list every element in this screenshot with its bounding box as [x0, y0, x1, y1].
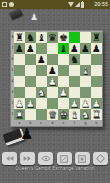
square-e8[interactable]: ♚: [58, 32, 69, 43]
piece-white-rook: ♜: [15, 109, 24, 120]
edit-button[interactable]: [57, 152, 72, 165]
piece-black-pawn: ♟: [48, 65, 57, 76]
piece-white-knight: ♞: [37, 87, 46, 98]
square-b6[interactable]: [25, 54, 36, 65]
square-h8[interactable]: ♜: [91, 32, 102, 43]
notification-circle-icon: [9, 2, 14, 7]
piece-white-pawn: ♟: [92, 98, 101, 109]
piece-black-rook: ♜: [92, 32, 101, 43]
edit-icon: [60, 155, 68, 163]
square-g3[interactable]: [80, 87, 91, 98]
board-squares[interactable]: ♜♞♝♛♚♜♟♟♝♟♟♟♟♞♟♝♟♞♟♟♟♟♟♟♜♛♚♝♞♜: [14, 32, 102, 120]
square-a1[interactable]: ♜: [14, 109, 25, 120]
square-a5[interactable]: [14, 65, 25, 76]
square-h3[interactable]: [91, 87, 102, 98]
square-b3[interactable]: [25, 87, 36, 98]
square-f7[interactable]: ♟: [69, 43, 80, 54]
fast-forward-button[interactable]: [20, 152, 35, 165]
piece-black-pawn: ♟: [81, 43, 90, 54]
square-h4[interactable]: [91, 76, 102, 87]
piece-white-pawn: ♟: [15, 98, 24, 109]
diamond-icon: [96, 154, 105, 163]
piece-white-knight: ♞: [81, 109, 90, 120]
board-button[interactable]: [75, 152, 90, 165]
controls-toolbar: [2, 152, 108, 165]
square-e3[interactable]: ♟: [58, 87, 69, 98]
square-h7[interactable]: ♟: [91, 43, 102, 54]
piece-black-bishop: ♝: [37, 32, 46, 43]
square-f4[interactable]: [69, 76, 80, 87]
square-b8[interactable]: ♞: [25, 32, 36, 43]
square-e5[interactable]: [58, 65, 69, 76]
piece-white-pawn: ♟: [81, 98, 90, 109]
square-b2[interactable]: ♟: [25, 98, 36, 109]
square-e2[interactable]: [58, 98, 69, 109]
square-g1[interactable]: ♞: [80, 109, 91, 120]
piece-black-rook: ♜: [15, 32, 24, 43]
square-a8[interactable]: ♜: [14, 32, 25, 43]
square-d8[interactable]: ♛: [47, 32, 58, 43]
piece-white-pawn: ♟: [26, 98, 35, 109]
square-f2[interactable]: ♟: [69, 98, 80, 109]
square-g8[interactable]: [80, 32, 91, 43]
piece-black-knight: ♞: [70, 54, 79, 65]
piece-black-queen: ♛: [48, 32, 57, 43]
piece-black-pawn: ♟: [26, 43, 35, 54]
square-e4[interactable]: [58, 76, 69, 87]
square-e6[interactable]: [58, 54, 69, 65]
square-c2[interactable]: [36, 98, 47, 109]
peek-button[interactable]: [38, 152, 53, 165]
status-bar: 20:55: [0, 0, 110, 9]
square-f5[interactable]: [69, 65, 80, 76]
square-f6[interactable]: ♞: [69, 54, 80, 65]
book-icon-top: [9, 8, 23, 20]
square-e7[interactable]: ♝: [58, 43, 69, 54]
piece-white-pawn: ♟: [70, 98, 79, 109]
square-c3[interactable]: ♞: [36, 87, 47, 98]
square-c5[interactable]: [36, 65, 47, 76]
battery-icon: [81, 2, 84, 8]
chess-board[interactable]: 87654321 ♜♞♝♛♚♜♟♟♝♟♟♟♟♞♟♝♟♞♟♟♟♟♟♟♜♛♚♝♞♜ …: [10, 30, 103, 127]
signal-icon: [75, 2, 80, 7]
square-h2[interactable]: ♟: [91, 98, 102, 109]
piece-black-pawn: ♟: [70, 43, 79, 54]
pawn-icon-bottom: ♟: [20, 127, 33, 142]
piece-white-pawn: ♟: [48, 76, 57, 87]
square-g2[interactable]: ♟: [80, 98, 91, 109]
piece-black-bishop: ♝: [59, 43, 68, 54]
achievements-button[interactable]: [93, 152, 108, 165]
fast-forward-icon: [23, 155, 32, 162]
file-label-d: d: [47, 120, 58, 126]
square-b7[interactable]: ♟: [25, 43, 36, 54]
file-label-f: f: [69, 120, 80, 126]
file-label-e: e: [58, 120, 69, 126]
square-a3[interactable]: [14, 87, 25, 98]
rewind-button[interactable]: [2, 152, 17, 165]
file-label-c: c: [36, 120, 47, 126]
piece-black-pawn: ♟: [92, 43, 101, 54]
square-h5[interactable]: [91, 65, 102, 76]
notification-square-icon: [2, 2, 7, 7]
wifi-icon: [68, 2, 74, 7]
opening-name-caption: Queen's Gambit Exchange Variation: [0, 166, 110, 171]
piece-white-pawn: ♟: [59, 87, 68, 98]
square-f3[interactable]: [69, 87, 80, 98]
file-label-g: g: [80, 120, 91, 126]
file-label-h: h: [91, 120, 102, 126]
square-c7[interactable]: [36, 43, 47, 54]
piece-white-bishop: ♝: [70, 109, 79, 120]
square-d1[interactable]: ♛: [47, 109, 58, 120]
square-c8[interactable]: ♝: [36, 32, 47, 43]
square-d3[interactable]: [47, 87, 58, 98]
piece-white-queen: ♛: [48, 109, 57, 120]
board-icon: [78, 155, 86, 163]
square-b4[interactable]: [25, 76, 36, 87]
square-c1[interactable]: [36, 109, 47, 120]
square-b5[interactable]: [25, 65, 36, 76]
square-e1[interactable]: ♚: [58, 109, 69, 120]
status-time: 20:55: [94, 2, 108, 7]
piece-white-king: ♚: [59, 109, 68, 120]
square-a7[interactable]: ♟: [14, 43, 25, 54]
square-a2[interactable]: ♟: [14, 98, 25, 109]
pawn-icon-top: ♟: [30, 12, 38, 22]
piece-white-bishop: ♝: [81, 65, 90, 76]
square-d7[interactable]: [47, 43, 58, 54]
square-f1[interactable]: ♝: [69, 109, 80, 120]
square-f8[interactable]: [69, 32, 80, 43]
square-d5[interactable]: ♟: [47, 65, 58, 76]
square-h6[interactable]: [91, 54, 102, 65]
square-a4[interactable]: [14, 76, 25, 87]
square-b1[interactable]: [25, 109, 36, 120]
piece-white-rook: ♜: [92, 109, 101, 120]
square-g7[interactable]: ♟: [80, 43, 91, 54]
app-screen: 20:55 ♟ 87654321 ♜♞♝♛♚♜♟♟♝♟♟♟♟♞♟♝♟♞♟♟♟♟♟…: [0, 0, 110, 183]
piece-black-pawn: ♟: [15, 43, 24, 54]
square-g5[interactable]: ♝: [80, 65, 91, 76]
piece-black-king: ♚: [59, 32, 68, 43]
square-d4[interactable]: ♟: [47, 76, 58, 87]
square-g4[interactable]: [80, 76, 91, 87]
square-d2[interactable]: [47, 98, 58, 109]
square-c6[interactable]: ♟: [36, 54, 47, 65]
eye-icon: [41, 155, 51, 162]
piece-black-knight: ♞: [26, 32, 35, 43]
rewind-icon: [5, 155, 14, 162]
square-d6[interactable]: [47, 54, 58, 65]
square-c4[interactable]: [36, 76, 47, 87]
square-g6[interactable]: [80, 54, 91, 65]
square-h1[interactable]: ♜: [91, 109, 102, 120]
square-a6[interactable]: [14, 54, 25, 65]
piece-black-pawn: ♟: [37, 54, 46, 65]
